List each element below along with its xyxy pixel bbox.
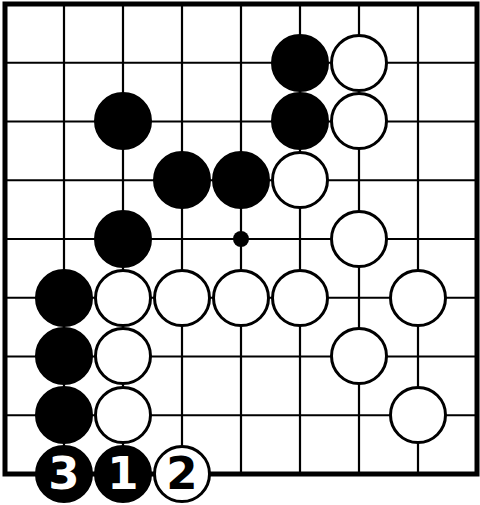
white-stone [271, 269, 329, 327]
move-1-black-stone: 1 [94, 445, 152, 503]
go-board-diagram: 312 [0, 0, 480, 505]
white-stone [212, 269, 270, 327]
white-stone [330, 34, 388, 92]
stones-layer: 312 [0, 0, 480, 503]
move-3-black-stone: 3 [35, 445, 93, 503]
white-stone [330, 92, 388, 150]
black-stone [35, 386, 93, 444]
white-stone [94, 386, 152, 444]
black-stone [35, 327, 93, 385]
black-stone [35, 269, 93, 327]
black-stone [153, 151, 211, 209]
black-stone [94, 92, 152, 150]
black-stone [271, 92, 329, 150]
white-stone [271, 151, 329, 209]
white-stone [94, 269, 152, 327]
move-2-white-stone: 2 [153, 445, 211, 503]
white-stone [330, 210, 388, 268]
white-stone [330, 327, 388, 385]
white-stone [94, 327, 152, 385]
black-stone [212, 151, 270, 209]
star-point-hoshi [233, 231, 249, 247]
black-stone [271, 34, 329, 92]
black-stone [94, 210, 152, 268]
white-stone [389, 269, 447, 327]
white-stone [389, 386, 447, 444]
white-stone [153, 269, 211, 327]
